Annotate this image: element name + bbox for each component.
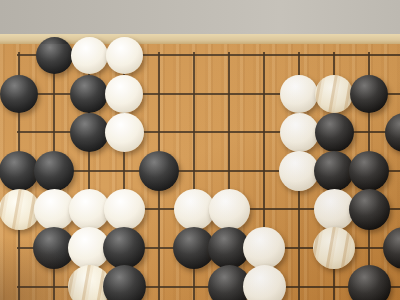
stone-black[interactable]	[103, 227, 145, 269]
stone-black[interactable]	[0, 75, 38, 113]
stone-black[interactable]	[385, 113, 400, 152]
stone-white[interactable]	[243, 227, 285, 269]
stone-black[interactable]	[383, 227, 400, 269]
go-board[interactable]	[0, 44, 400, 300]
stone-black[interactable]	[103, 265, 146, 300]
stone-black[interactable]	[34, 151, 74, 191]
stone-black[interactable]	[350, 75, 388, 113]
go-board-photo	[0, 0, 400, 300]
wall-background	[0, 0, 400, 34]
stone-black[interactable]	[349, 151, 389, 191]
stone-white[interactable]	[279, 151, 319, 191]
stone-white[interactable]	[71, 37, 108, 74]
stone-white[interactable]	[315, 75, 353, 113]
stone-black[interactable]	[36, 37, 73, 74]
stone-white[interactable]	[105, 75, 143, 113]
stone-white[interactable]	[243, 265, 286, 300]
stone-white[interactable]	[105, 113, 144, 152]
stone-black[interactable]	[348, 265, 391, 300]
stone-white[interactable]	[104, 189, 145, 230]
stone-black[interactable]	[314, 151, 354, 191]
stone-white[interactable]	[106, 37, 143, 74]
stone-white[interactable]	[280, 75, 318, 113]
stone-white[interactable]	[313, 227, 355, 269]
stone-black[interactable]	[315, 113, 354, 152]
stone-black[interactable]	[70, 75, 108, 113]
stone-white[interactable]	[209, 189, 250, 230]
stone-black[interactable]	[349, 189, 390, 230]
stone-black[interactable]	[70, 113, 109, 152]
stone-white[interactable]	[280, 113, 319, 152]
stone-black[interactable]	[139, 151, 179, 191]
